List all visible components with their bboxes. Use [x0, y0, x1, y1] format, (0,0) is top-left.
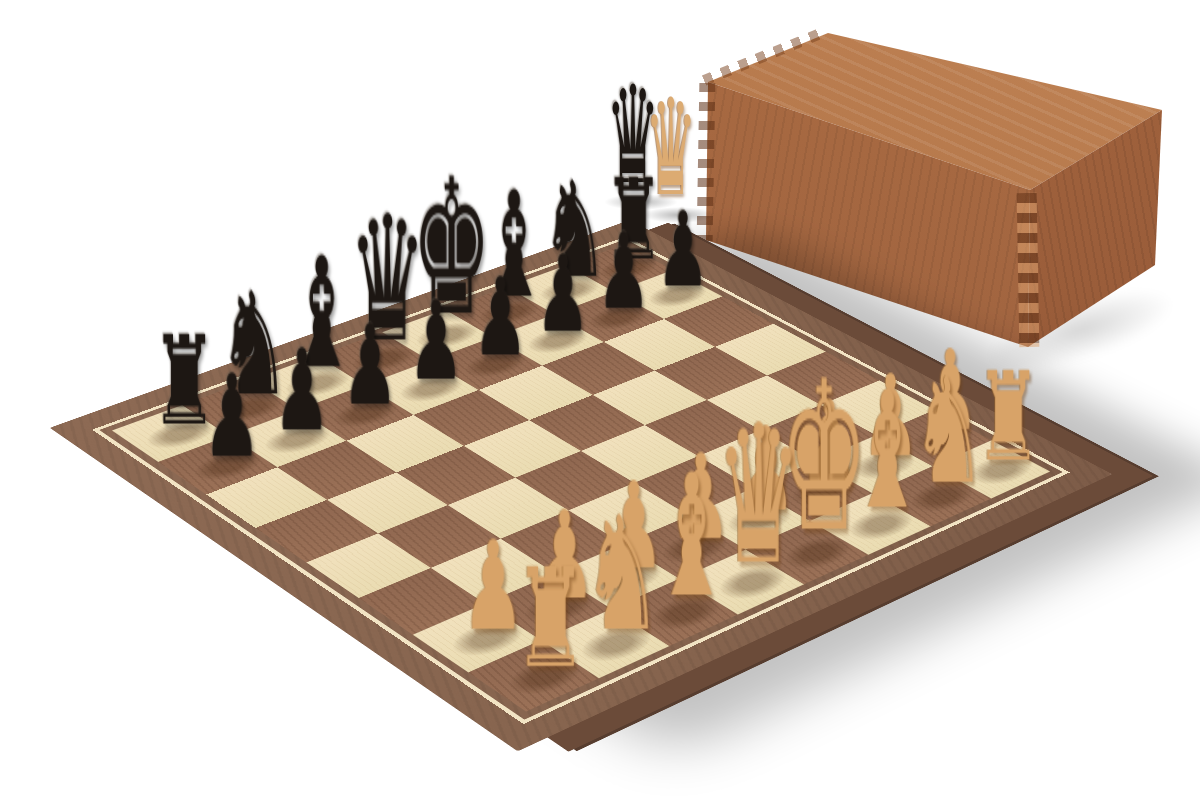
piece-black-pawn: ♟ [202, 360, 260, 474]
chessboard: ♜♞♝♛♚♝♞♜♟♟♟♟♟♟♟♟♟♟♟♟♟♟♟♟♜♞♝♛♚♝♞♜ [50, 220, 1112, 751]
playing-area: ♜♞♝♛♚♝♞♜♟♟♟♟♟♟♟♟♟♟♟♟♟♟♟♟♜♞♝♛♚♝♞♜ [112, 244, 1050, 711]
square-a1[interactable]: ♜ [469, 640, 599, 711]
piece-white-rook: ♜ [513, 550, 587, 686]
piece-black-pawn: ♟ [341, 310, 398, 421]
box-finger-joints-corner [1017, 193, 1040, 347]
piece-black-pawn: ♟ [472, 264, 527, 372]
piece-black-pawn: ♟ [596, 219, 650, 324]
chessboard-scene: ♜♞♝♛♚♝♞♜♟♟♟♟♟♟♟♟♟♟♟♟♟♟♟♟♜♞♝♛♚♝♞♜ [205, 75, 957, 800]
piece-black-pawn: ♟ [408, 287, 464, 396]
piece-black-pawn: ♟ [273, 335, 331, 447]
piece-black-pawn: ♟ [656, 198, 709, 301]
piece-white-bishop: ♝ [652, 453, 730, 622]
chess-set-photo: ♛ ♛ ♜♞♝♛♚♝♞♜♟♟♟♟♟♟♟♟♟♟♟♟♟♟♟♟♜♞♝♛♚♝♞♜ [0, 0, 1200, 800]
piece-black-pawn: ♟ [535, 241, 589, 347]
piece-white-knight: ♞ [581, 496, 662, 654]
